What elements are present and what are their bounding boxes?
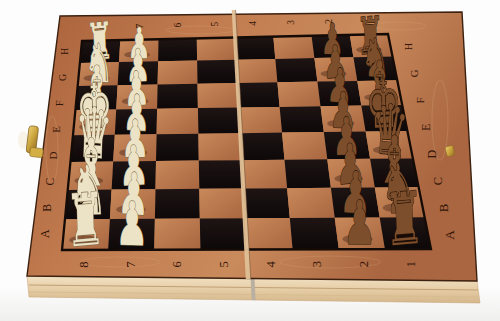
square-d3: [282, 132, 327, 160]
square-h4: [235, 37, 275, 60]
square-c6: [156, 161, 200, 190]
square-f3: [277, 82, 320, 107]
label-rank-4-top: 4: [248, 21, 258, 26]
label-rank-2-bottom: 2: [357, 261, 371, 267]
square-g5: [197, 60, 237, 84]
label-file-c-left: C: [44, 178, 56, 186]
label-file-g-left: G: [57, 74, 68, 81]
square-d4: [240, 133, 284, 161]
label-rank-7-bottom: 7: [124, 261, 138, 267]
square-f4: [238, 82, 280, 107]
square-f5: [198, 83, 239, 108]
square-a6: [154, 219, 200, 250]
square-d5: [198, 133, 241, 160]
label-rank-5-top: 5: [210, 22, 220, 27]
square-g6: [158, 61, 198, 85]
piece-white-pawn-a7: ♟: [115, 188, 149, 260]
square-e6: [157, 108, 199, 134]
square-a5: [200, 218, 247, 249]
square-e5: [198, 108, 240, 134]
square-h3: [273, 36, 314, 59]
square-a4: [245, 218, 293, 250]
label-file-b-left: B: [41, 204, 55, 212]
square-h6: [158, 38, 197, 61]
label-file-d-left: D: [47, 152, 59, 160]
label-file-a-right: A: [442, 230, 457, 240]
label-file-a-left: A: [38, 229, 52, 238]
label-file-h-left: H: [60, 48, 71, 55]
piece-brown-pawn-a2: ♟: [343, 187, 377, 258]
square-b4: [243, 188, 290, 218]
label-rank-4-bottom: 4: [264, 260, 278, 267]
label-rank-3-top: 3: [286, 20, 296, 25]
label-file-e-right: E: [420, 124, 432, 131]
label-file-c-right: C: [431, 177, 445, 185]
square-c3: [285, 159, 331, 188]
square-f6: [157, 84, 198, 109]
square-g4: [236, 59, 277, 83]
label-rank-6-top: 6: [173, 22, 183, 27]
square-g3: [275, 58, 317, 82]
label-rank-1-bottom: 1: [404, 261, 418, 267]
piece-white-rook-a8: ♜: [64, 176, 107, 264]
label-file-e-left: E: [50, 126, 62, 133]
label-file-g-right: G: [409, 69, 420, 77]
square-c4: [242, 160, 287, 189]
brass-latch-hook: [29, 147, 43, 158]
product-photo: 8877665544332211HHGGFFEEDDCCBBAA♜♟♟♜♞♟♟♞…: [0, 0, 500, 321]
square-e3: [280, 106, 324, 132]
label-rank-5-bottom: 5: [217, 261, 231, 267]
square-e4: [239, 107, 282, 133]
chess-board-photo: 8877665544332211HHGGFFEEDDCCBBAA♜♟♟♜♞♟♟♞…: [0, 0, 500, 321]
label-rank-3-bottom: 3: [310, 261, 324, 267]
label-file-h-right: H: [403, 42, 414, 50]
label-file-b-right: B: [437, 204, 451, 213]
label-rank-6-bottom: 6: [170, 261, 184, 267]
square-b3: [287, 188, 335, 218]
square-h5: [197, 38, 236, 61]
piece-brown-rook-a1: ♜: [383, 175, 426, 263]
square-b5: [199, 189, 245, 219]
label-file-d-right: D: [425, 150, 439, 159]
square-a3: [290, 218, 339, 250]
label-file-f-right: F: [414, 97, 426, 103]
square-d6: [156, 134, 199, 161]
square-c5: [199, 160, 243, 189]
square-b6: [155, 189, 200, 219]
label-file-f-left: F: [54, 100, 65, 106]
